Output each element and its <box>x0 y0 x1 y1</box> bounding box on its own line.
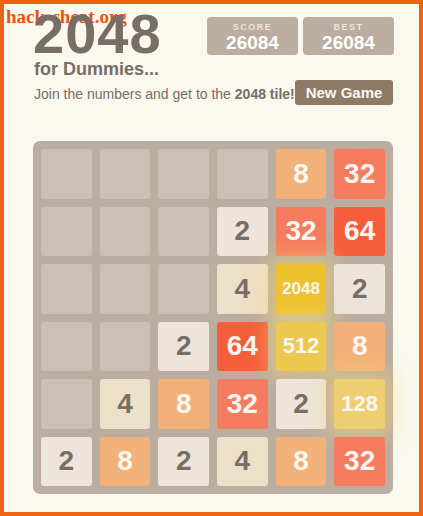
tile-4: 4 <box>100 379 151 429</box>
tile-2: 2 <box>334 264 385 314</box>
empty-cell <box>100 207 151 257</box>
tile-2: 2 <box>217 207 268 257</box>
tagline-text: Join the numbers and get to the <box>34 86 235 102</box>
empty-cell <box>41 207 92 257</box>
tile-2048: 2048 <box>276 264 327 314</box>
tile-128: 128 <box>334 379 385 429</box>
tile-64: 64 <box>217 322 268 372</box>
tagline: Join the numbers and get to the 2048 til… <box>34 86 295 102</box>
best-label: BEST <box>303 22 394 32</box>
empty-cell <box>158 149 209 199</box>
empty-cell <box>100 264 151 314</box>
empty-cell <box>41 264 92 314</box>
tile-4: 4 <box>217 264 268 314</box>
tile-2: 2 <box>158 322 209 372</box>
best-value: 26084 <box>303 32 394 53</box>
page-subtitle: for Dummies... <box>34 59 159 80</box>
tile-32: 32 <box>334 437 385 487</box>
tagline-goal: 2048 tile! <box>235 86 295 102</box>
tile-8: 8 <box>276 437 327 487</box>
score-box: SCORE 26084 <box>207 17 298 55</box>
tile-2: 2 <box>158 437 209 487</box>
empty-cell <box>100 149 151 199</box>
empty-cell <box>100 322 151 372</box>
new-game-button[interactable]: New Game <box>295 80 393 105</box>
empty-cell <box>41 149 92 199</box>
best-box: BEST 26084 <box>303 17 394 55</box>
empty-cell <box>41 379 92 429</box>
empty-cell <box>158 207 209 257</box>
score-value: 26084 <box>207 32 298 53</box>
tile-8: 8 <box>276 149 327 199</box>
tile-2: 2 <box>41 437 92 487</box>
tile-4: 4 <box>217 437 268 487</box>
board-grid: 832232644204822645128483221282824832 <box>33 141 393 494</box>
app-window: hack-cheat.org 2048 for Dummies... Join … <box>0 0 423 516</box>
empty-cell <box>217 149 268 199</box>
tile-32: 32 <box>217 379 268 429</box>
tile-8: 8 <box>334 322 385 372</box>
tile-32: 32 <box>276 207 327 257</box>
tile-64: 64 <box>334 207 385 257</box>
page-title: 2048 <box>33 6 162 62</box>
empty-cell <box>41 322 92 372</box>
tile-8: 8 <box>100 437 151 487</box>
tile-8: 8 <box>158 379 209 429</box>
score-label: SCORE <box>207 22 298 32</box>
tile-512: 512 <box>276 322 327 372</box>
tile-32: 32 <box>334 149 385 199</box>
empty-cell <box>158 264 209 314</box>
tile-2: 2 <box>276 379 327 429</box>
